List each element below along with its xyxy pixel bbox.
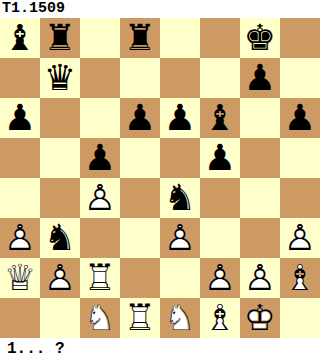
piece-white-rook[interactable]: ♜♖: [120, 298, 160, 338]
piece-white-knight[interactable]: ♞♘: [160, 298, 200, 338]
piece-black-bishop[interactable]: ♝: [0, 18, 40, 58]
black-rook-glyph: ♜: [120, 18, 160, 58]
square-h5[interactable]: [280, 138, 320, 178]
white-pawn-outline-glyph: ♙: [280, 218, 320, 258]
white-rook-outline-glyph: ♖: [80, 258, 120, 298]
square-f6[interactable]: ♝: [200, 98, 240, 138]
white-knight-outline-glyph: ♘: [80, 298, 120, 338]
piece-black-rook[interactable]: ♜: [120, 18, 160, 58]
black-pawn-glyph: ♟: [80, 138, 120, 178]
square-g4[interactable]: [240, 178, 280, 218]
black-knight-glyph: ♞: [160, 178, 200, 218]
square-h3[interactable]: ♟♙: [280, 218, 320, 258]
black-pawn-glyph: ♟: [240, 58, 280, 98]
white-pawn-outline-glyph: ♙: [40, 258, 80, 298]
black-pawn-glyph: ♟: [160, 98, 200, 138]
piece-black-pawn[interactable]: ♟: [0, 98, 40, 138]
square-a3[interactable]: ♟♙: [0, 218, 40, 258]
square-c3[interactable]: [80, 218, 120, 258]
white-pawn-outline-glyph: ♙: [240, 258, 280, 298]
piece-black-bishop[interactable]: ♝: [200, 98, 240, 138]
square-f1[interactable]: ♝♗: [200, 298, 240, 338]
piece-white-pawn[interactable]: ♟♙: [240, 258, 280, 298]
square-e4[interactable]: ♞: [160, 178, 200, 218]
square-c2[interactable]: ♜♖: [80, 258, 120, 298]
square-e8[interactable]: [160, 18, 200, 58]
square-e1[interactable]: ♞♘: [160, 298, 200, 338]
square-h7[interactable]: [280, 58, 320, 98]
square-d8[interactable]: ♜: [120, 18, 160, 58]
square-b1[interactable]: [40, 298, 80, 338]
piece-white-pawn[interactable]: ♟♙: [0, 218, 40, 258]
square-e6[interactable]: ♟: [160, 98, 200, 138]
square-g5[interactable]: [240, 138, 280, 178]
square-b5[interactable]: [40, 138, 80, 178]
black-knight-glyph: ♞: [40, 218, 80, 258]
square-d4[interactable]: [120, 178, 160, 218]
black-king-glyph: ♚: [240, 18, 280, 58]
white-knight-outline-glyph: ♘: [160, 298, 200, 338]
square-d1[interactable]: ♜♖: [120, 298, 160, 338]
piece-white-pawn[interactable]: ♟♙: [200, 258, 240, 298]
white-king-outline-glyph: ♔: [240, 298, 280, 338]
square-c8[interactable]: [80, 18, 120, 58]
black-pawn-glyph: ♟: [200, 138, 240, 178]
black-pawn-glyph: ♟: [0, 98, 40, 138]
piece-white-knight[interactable]: ♞♘: [80, 298, 120, 338]
square-f8[interactable]: [200, 18, 240, 58]
square-g8[interactable]: ♚: [240, 18, 280, 58]
piece-white-pawn[interactable]: ♟♙: [280, 218, 320, 258]
piece-black-pawn[interactable]: ♟: [280, 98, 320, 138]
square-c1[interactable]: ♞♘: [80, 298, 120, 338]
square-h6[interactable]: ♟: [280, 98, 320, 138]
square-a7[interactable]: [0, 58, 40, 98]
square-d5[interactable]: [120, 138, 160, 178]
square-e2[interactable]: [160, 258, 200, 298]
move-prompt: 1... ?: [0, 338, 320, 360]
square-a8[interactable]: ♝: [0, 18, 40, 58]
square-g6[interactable]: [240, 98, 280, 138]
square-b8[interactable]: ♜: [40, 18, 80, 58]
white-pawn-outline-glyph: ♙: [200, 258, 240, 298]
piece-black-rook[interactable]: ♜: [40, 18, 80, 58]
piece-white-pawn[interactable]: ♟♙: [160, 218, 200, 258]
square-f3[interactable]: [200, 218, 240, 258]
square-g3[interactable]: [240, 218, 280, 258]
black-pawn-glyph: ♟: [280, 98, 320, 138]
piece-black-knight[interactable]: ♞: [160, 178, 200, 218]
piece-black-pawn[interactable]: ♟: [80, 138, 120, 178]
square-g7[interactable]: ♟: [240, 58, 280, 98]
white-pawn-outline-glyph: ♙: [160, 218, 200, 258]
square-g1[interactable]: ♚♔: [240, 298, 280, 338]
square-e7[interactable]: [160, 58, 200, 98]
piece-black-pawn[interactable]: ♟: [200, 138, 240, 178]
white-bishop-outline-glyph: ♗: [200, 298, 240, 338]
square-h8[interactable]: [280, 18, 320, 58]
white-pawn-outline-glyph: ♙: [80, 178, 120, 218]
square-c5[interactable]: ♟: [80, 138, 120, 178]
square-h4[interactable]: [280, 178, 320, 218]
square-c4[interactable]: ♟♙: [80, 178, 120, 218]
square-d6[interactable]: ♟: [120, 98, 160, 138]
square-g2[interactable]: ♟♙: [240, 258, 280, 298]
square-e3[interactable]: ♟♙: [160, 218, 200, 258]
white-pawn-outline-glyph: ♙: [0, 218, 40, 258]
puzzle-title: T1.1509: [0, 0, 320, 18]
square-d3[interactable]: [120, 218, 160, 258]
square-a1[interactable]: [0, 298, 40, 338]
piece-white-king[interactable]: ♚♔: [240, 298, 280, 338]
square-a2[interactable]: ♛♕: [0, 258, 40, 298]
black-bishop-glyph: ♝: [200, 98, 240, 138]
square-f7[interactable]: [200, 58, 240, 98]
square-b2[interactable]: ♟♙: [40, 258, 80, 298]
piece-black-pawn[interactable]: ♟: [120, 98, 160, 138]
piece-white-rook[interactable]: ♜♖: [80, 258, 120, 298]
square-c7[interactable]: [80, 58, 120, 98]
white-rook-outline-glyph: ♖: [120, 298, 160, 338]
square-f4[interactable]: [200, 178, 240, 218]
square-a5[interactable]: [0, 138, 40, 178]
black-pawn-glyph: ♟: [120, 98, 160, 138]
piece-black-knight[interactable]: ♞: [40, 218, 80, 258]
square-b6[interactable]: [40, 98, 80, 138]
piece-black-pawn[interactable]: ♟: [160, 98, 200, 138]
piece-white-queen[interactable]: ♛♕: [0, 258, 40, 298]
piece-black-queen[interactable]: ♛: [40, 58, 80, 98]
square-h1[interactable]: [280, 298, 320, 338]
square-b7[interactable]: ♛: [40, 58, 80, 98]
piece-white-bishop[interactable]: ♝♗: [280, 258, 320, 298]
piece-white-pawn[interactable]: ♟♙: [80, 178, 120, 218]
square-a6[interactable]: ♟: [0, 98, 40, 138]
piece-white-bishop[interactable]: ♝♗: [200, 298, 240, 338]
piece-black-pawn[interactable]: ♟: [240, 58, 280, 98]
square-b4[interactable]: [40, 178, 80, 218]
piece-black-king[interactable]: ♚: [240, 18, 280, 58]
square-d7[interactable]: [120, 58, 160, 98]
piece-white-pawn[interactable]: ♟♙: [40, 258, 80, 298]
black-bishop-glyph: ♝: [0, 18, 40, 58]
white-bishop-outline-glyph: ♗: [280, 258, 320, 298]
square-f5[interactable]: ♟: [200, 138, 240, 178]
square-e5[interactable]: [160, 138, 200, 178]
square-c6[interactable]: [80, 98, 120, 138]
square-b3[interactable]: ♞: [40, 218, 80, 258]
square-d2[interactable]: [120, 258, 160, 298]
black-rook-glyph: ♜: [40, 18, 80, 58]
chess-board: ♝♜♜♚♛♟♟♟♟♝♟♟♟♟♙♞♟♙♞♟♙♟♙♛♕♟♙♜♖♟♙♟♙♝♗♞♘♜♖♞…: [0, 18, 320, 338]
square-f2[interactable]: ♟♙: [200, 258, 240, 298]
square-h2[interactable]: ♝♗: [280, 258, 320, 298]
black-queen-glyph: ♛: [40, 58, 80, 98]
white-queen-outline-glyph: ♕: [0, 258, 40, 298]
square-a4[interactable]: [0, 178, 40, 218]
